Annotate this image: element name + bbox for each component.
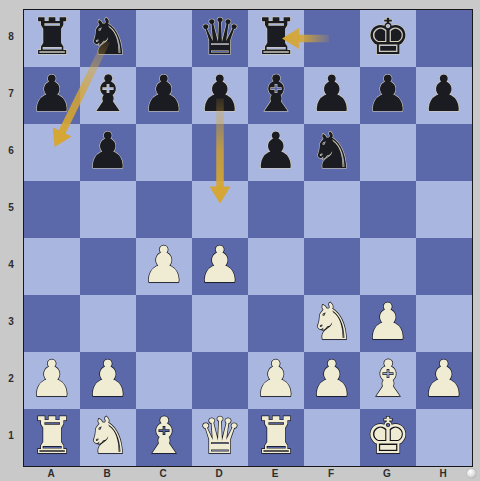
square-h7[interactable]: ♟: [416, 67, 472, 124]
square-d2[interactable]: [192, 352, 248, 409]
square-h6[interactable]: [416, 124, 472, 181]
square-f1[interactable]: [304, 409, 360, 466]
file-label-a: A: [23, 468, 79, 479]
square-b2[interactable]: ♟: [80, 352, 136, 409]
white-queen[interactable]: ♛: [198, 411, 243, 464]
square-d7[interactable]: ♟: [192, 67, 248, 124]
square-e3[interactable]: [248, 295, 304, 352]
rank-label-8: 8: [1, 31, 21, 42]
square-c3[interactable]: [136, 295, 192, 352]
square-d5[interactable]: [192, 181, 248, 238]
square-a2[interactable]: ♟: [24, 352, 80, 409]
rank-label-2: 2: [1, 373, 21, 384]
black-pawn[interactable]: ♟: [198, 69, 243, 122]
square-f3[interactable]: ♞: [304, 295, 360, 352]
square-f8[interactable]: [304, 10, 360, 67]
square-h3[interactable]: [416, 295, 472, 352]
black-knight[interactable]: ♞: [86, 12, 131, 65]
black-knight[interactable]: ♞: [310, 126, 355, 179]
white-pawn[interactable]: ♟: [198, 240, 243, 293]
white-king[interactable]: ♚: [366, 411, 411, 464]
file-label-e: E: [247, 468, 303, 479]
white-bishop[interactable]: ♝: [366, 354, 411, 407]
square-e2[interactable]: ♟: [248, 352, 304, 409]
square-b5[interactable]: [80, 181, 136, 238]
square-b3[interactable]: [80, 295, 136, 352]
square-c5[interactable]: [136, 181, 192, 238]
board-frame: ♜♞♛♜♚♟♝♟♟♝♟♟♟♟♟♞♟♟♞♟♟♟♟♟♝♟♜♞♝♛♜♚: [23, 9, 473, 467]
black-pawn[interactable]: ♟: [86, 126, 131, 179]
square-b7[interactable]: ♝: [80, 67, 136, 124]
white-bishop[interactable]: ♝: [142, 411, 187, 464]
white-pawn[interactable]: ♟: [422, 354, 467, 407]
square-a5[interactable]: [24, 181, 80, 238]
black-pawn[interactable]: ♟: [142, 69, 187, 122]
rank-label-6: 6: [1, 145, 21, 156]
white-knight[interactable]: ♞: [86, 411, 131, 464]
black-pawn[interactable]: ♟: [366, 69, 411, 122]
white-knight[interactable]: ♞: [310, 297, 355, 350]
rank-label-7: 7: [1, 88, 21, 99]
square-h8[interactable]: [416, 10, 472, 67]
square-a7[interactable]: ♟: [24, 67, 80, 124]
white-pawn[interactable]: ♟: [142, 240, 187, 293]
rank-label-1: 1: [1, 430, 21, 441]
square-a6[interactable]: [24, 124, 80, 181]
black-rook[interactable]: ♜: [254, 12, 299, 65]
square-e1[interactable]: ♜: [248, 409, 304, 466]
black-queen[interactable]: ♛: [198, 12, 243, 65]
file-label-b: B: [79, 468, 135, 479]
rank-label-3: 3: [1, 316, 21, 327]
side-to-move-indicator: [467, 469, 476, 478]
square-g1[interactable]: ♚: [360, 409, 416, 466]
square-c6[interactable]: [136, 124, 192, 181]
file-label-d: D: [191, 468, 247, 479]
square-h1[interactable]: [416, 409, 472, 466]
chess-app-window: 87654321 ♜♞♛♜♚♟♝♟♟♝♟♟♟♟♟♞♟♟♞♟♟♟♟♟♝♟♜♞♝♛♜…: [0, 0, 480, 481]
square-b6[interactable]: ♟: [80, 124, 136, 181]
square-f7[interactable]: ♟: [304, 67, 360, 124]
square-h4[interactable]: [416, 238, 472, 295]
white-pawn[interactable]: ♟: [86, 354, 131, 407]
square-f2[interactable]: ♟: [304, 352, 360, 409]
square-e6[interactable]: ♟: [248, 124, 304, 181]
white-rook[interactable]: ♜: [254, 411, 299, 464]
square-a4[interactable]: [24, 238, 80, 295]
rank-label-4: 4: [1, 259, 21, 270]
square-a8[interactable]: ♜: [24, 10, 80, 67]
square-g7[interactable]: ♟: [360, 67, 416, 124]
square-c2[interactable]: [136, 352, 192, 409]
file-label-f: F: [303, 468, 359, 479]
square-e5[interactable]: [248, 181, 304, 238]
square-d4[interactable]: ♟: [192, 238, 248, 295]
square-f4[interactable]: [304, 238, 360, 295]
white-pawn[interactable]: ♟: [30, 354, 75, 407]
square-b1[interactable]: ♞: [80, 409, 136, 466]
white-pawn[interactable]: ♟: [254, 354, 299, 407]
square-h5[interactable]: [416, 181, 472, 238]
square-e7[interactable]: ♝: [248, 67, 304, 124]
white-pawn[interactable]: ♟: [310, 354, 355, 407]
square-f6[interactable]: ♞: [304, 124, 360, 181]
black-king[interactable]: ♚: [366, 12, 411, 65]
square-f5[interactable]: [304, 181, 360, 238]
square-g4[interactable]: [360, 238, 416, 295]
black-pawn[interactable]: ♟: [30, 69, 75, 122]
square-b8[interactable]: ♞: [80, 10, 136, 67]
square-c8[interactable]: [136, 10, 192, 67]
square-b4[interactable]: [80, 238, 136, 295]
black-pawn[interactable]: ♟: [254, 126, 299, 179]
board: ♜♞♛♜♚♟♝♟♟♝♟♟♟♟♟♞♟♟♞♟♟♟♟♟♝♟♜♞♝♛♜♚: [24, 10, 472, 466]
square-g6[interactable]: [360, 124, 416, 181]
black-pawn[interactable]: ♟: [422, 69, 467, 122]
square-d3[interactable]: [192, 295, 248, 352]
white-pawn[interactable]: ♟: [366, 297, 411, 350]
square-g8[interactable]: ♚: [360, 10, 416, 67]
rank-label-5: 5: [1, 202, 21, 213]
square-c1[interactable]: ♝: [136, 409, 192, 466]
square-g5[interactable]: [360, 181, 416, 238]
square-g2[interactable]: ♝: [360, 352, 416, 409]
white-rook[interactable]: ♜: [30, 411, 75, 464]
file-label-h: H: [415, 468, 471, 479]
square-h2[interactable]: ♟: [416, 352, 472, 409]
square-a3[interactable]: [24, 295, 80, 352]
black-pawn[interactable]: ♟: [310, 69, 355, 122]
square-d6[interactable]: [192, 124, 248, 181]
square-c7[interactable]: ♟: [136, 67, 192, 124]
square-e8[interactable]: ♜: [248, 10, 304, 67]
square-d8[interactable]: ♛: [192, 10, 248, 67]
square-d1[interactable]: ♛: [192, 409, 248, 466]
square-g3[interactable]: ♟: [360, 295, 416, 352]
black-bishop[interactable]: ♝: [86, 69, 131, 122]
file-label-c: C: [135, 468, 191, 479]
square-c4[interactable]: ♟: [136, 238, 192, 295]
square-a1[interactable]: ♜: [24, 409, 80, 466]
square-e4[interactable]: [248, 238, 304, 295]
file-label-g: G: [359, 468, 415, 479]
black-rook[interactable]: ♜: [30, 12, 75, 65]
black-bishop[interactable]: ♝: [254, 69, 299, 122]
